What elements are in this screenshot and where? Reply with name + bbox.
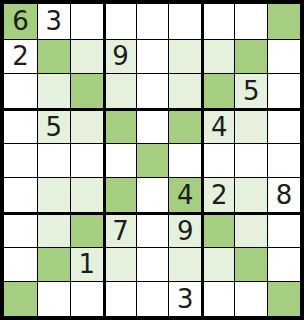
cell-r8c8[interactable] — [234, 247, 267, 282]
cell-r8c4[interactable] — [103, 247, 136, 282]
cell-r9c3[interactable] — [70, 281, 103, 316]
cell-r2c2[interactable] — [37, 39, 70, 74]
cell-r9c7[interactable] — [201, 281, 234, 316]
cell-r3c3[interactable] — [70, 73, 103, 108]
cell-r1c2[interactable]: 3 — [37, 4, 70, 39]
cell-r8c2[interactable] — [37, 247, 70, 282]
cell-r7c1[interactable] — [4, 212, 37, 247]
cell-r6c6[interactable]: 4 — [168, 177, 201, 212]
cell-r4c2[interactable]: 5 — [37, 108, 70, 143]
cell-r7c4[interactable]: 7 — [103, 212, 136, 247]
cell-r7c5[interactable] — [136, 212, 169, 247]
cell-r5c9[interactable] — [267, 143, 300, 178]
cell-r6c9[interactable]: 8 — [267, 177, 300, 212]
cell-r1c7[interactable] — [201, 4, 234, 39]
cell-r5c5[interactable] — [136, 143, 169, 178]
cell-r2c8[interactable] — [234, 39, 267, 74]
cell-r5c2[interactable] — [37, 143, 70, 178]
cell-r1c8[interactable] — [234, 4, 267, 39]
cell-r6c3[interactable] — [70, 177, 103, 212]
cell-r9c6[interactable]: 3 — [168, 281, 201, 316]
cell-r4c5[interactable] — [136, 108, 169, 143]
cell-r8c5[interactable] — [136, 247, 169, 282]
cell-r4c3[interactable] — [70, 108, 103, 143]
cell-r8c6[interactable] — [168, 247, 201, 282]
cell-r6c4[interactable] — [103, 177, 136, 212]
cell-r1c3[interactable] — [70, 4, 103, 39]
cell-r2c9[interactable] — [267, 39, 300, 74]
cell-r5c1[interactable] — [4, 143, 37, 178]
cell-r1c6[interactable] — [168, 4, 201, 39]
cell-r9c2[interactable] — [37, 281, 70, 316]
cell-r2c1[interactable]: 2 — [4, 39, 37, 74]
cell-r9c9[interactable] — [267, 281, 300, 316]
cell-r4c4[interactable] — [103, 108, 136, 143]
cell-r7c8[interactable] — [234, 212, 267, 247]
cell-r1c1[interactable]: 6 — [4, 4, 37, 39]
cell-r4c1[interactable] — [4, 108, 37, 143]
cell-r6c8[interactable] — [234, 177, 267, 212]
cell-r3c6[interactable] — [168, 73, 201, 108]
cell-r6c7[interactable]: 2 — [201, 177, 234, 212]
cell-r6c5[interactable] — [136, 177, 169, 212]
cell-r9c1[interactable] — [4, 281, 37, 316]
cell-r5c3[interactable] — [70, 143, 103, 178]
cell-r7c7[interactable] — [201, 212, 234, 247]
cell-r8c1[interactable] — [4, 247, 37, 282]
cell-r7c9[interactable] — [267, 212, 300, 247]
cell-r8c7[interactable] — [201, 247, 234, 282]
cell-r5c8[interactable] — [234, 143, 267, 178]
cell-r1c4[interactable] — [103, 4, 136, 39]
cell-r3c1[interactable] — [4, 73, 37, 108]
cell-r5c7[interactable] — [201, 143, 234, 178]
cell-r4c7[interactable]: 4 — [201, 108, 234, 143]
cell-r7c3[interactable] — [70, 212, 103, 247]
cell-r6c2[interactable] — [37, 177, 70, 212]
cell-r2c5[interactable] — [136, 39, 169, 74]
sudoku-board: 63295544287913 — [0, 0, 304, 320]
cell-r1c5[interactable] — [136, 4, 169, 39]
cell-r4c6[interactable] — [168, 108, 201, 143]
cell-r5c4[interactable] — [103, 143, 136, 178]
cell-r4c8[interactable] — [234, 108, 267, 143]
cell-r3c9[interactable] — [267, 73, 300, 108]
cell-r2c3[interactable] — [70, 39, 103, 74]
cell-r7c6[interactable]: 9 — [168, 212, 201, 247]
cell-r6c1[interactable] — [4, 177, 37, 212]
cell-r3c2[interactable] — [37, 73, 70, 108]
cell-r4c9[interactable] — [267, 108, 300, 143]
cell-r2c7[interactable] — [201, 39, 234, 74]
cell-r2c6[interactable] — [168, 39, 201, 74]
cell-r9c4[interactable] — [103, 281, 136, 316]
cell-r3c4[interactable] — [103, 73, 136, 108]
cell-r8c3[interactable]: 1 — [70, 247, 103, 282]
cell-r8c9[interactable] — [267, 247, 300, 282]
cell-r2c4[interactable]: 9 — [103, 39, 136, 74]
cell-r1c9[interactable] — [267, 4, 300, 39]
cell-r5c6[interactable] — [168, 143, 201, 178]
cell-r9c5[interactable] — [136, 281, 169, 316]
cell-r7c2[interactable] — [37, 212, 70, 247]
cell-r3c5[interactable] — [136, 73, 169, 108]
cell-r3c8[interactable]: 5 — [234, 73, 267, 108]
cell-r3c7[interactable] — [201, 73, 234, 108]
cell-r9c8[interactable] — [234, 281, 267, 316]
